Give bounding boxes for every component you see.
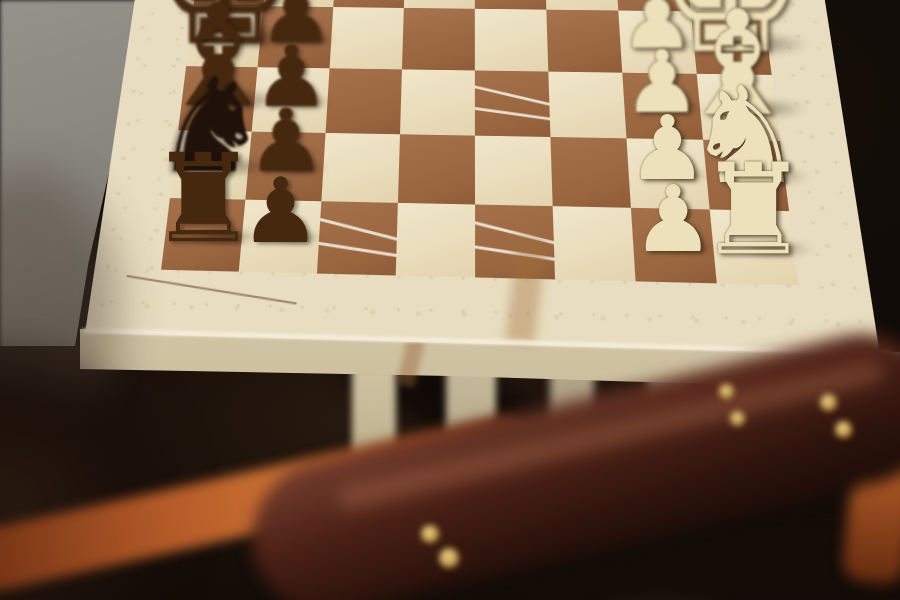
photo-scene: ♜♞♝♛♚♝♞♜♟♟♟♟♟♟♟♟♟♟♟♟♟♟♟♟♜♞♝♛♚♝♞♜ bbox=[0, 0, 900, 600]
square-f4 bbox=[475, 70, 551, 136]
brass-stud bbox=[421, 525, 439, 543]
square-g4 bbox=[475, 136, 553, 207]
square-e6 bbox=[330, 7, 404, 69]
square-f7 bbox=[252, 67, 330, 133]
square-h3 bbox=[553, 206, 636, 281]
square-h1 bbox=[710, 209, 799, 285]
square-f1 bbox=[697, 74, 780, 141]
square-f5 bbox=[400, 69, 475, 135]
marble-crack bbox=[126, 275, 296, 305]
square-f3 bbox=[548, 72, 626, 139]
square-e7 bbox=[258, 6, 334, 68]
square-g7 bbox=[245, 132, 325, 202]
brass-stud bbox=[835, 421, 852, 438]
chess-board bbox=[161, 0, 798, 285]
square-d1 bbox=[685, 0, 764, 12]
brass-stud bbox=[820, 394, 837, 411]
square-g6 bbox=[321, 133, 400, 203]
brass-stud bbox=[730, 411, 745, 426]
square-e8 bbox=[186, 5, 263, 67]
table-top bbox=[85, 0, 880, 355]
square-h2 bbox=[631, 208, 717, 284]
square-h7 bbox=[239, 200, 322, 274]
square-f2 bbox=[622, 73, 703, 140]
marble-vein bbox=[317, 240, 398, 258]
square-g1 bbox=[703, 140, 789, 211]
square-e1 bbox=[691, 11, 772, 75]
square-e5 bbox=[402, 8, 475, 71]
marble-vein bbox=[475, 84, 551, 108]
square-f6 bbox=[326, 68, 402, 134]
square-e2 bbox=[618, 11, 696, 74]
square-g2 bbox=[626, 138, 709, 209]
square-g8 bbox=[170, 130, 252, 199]
marble-vein bbox=[475, 106, 551, 122]
square-h6 bbox=[317, 201, 398, 275]
square-e3 bbox=[546, 10, 622, 73]
square-h5 bbox=[396, 203, 475, 278]
marble-vein bbox=[317, 216, 398, 243]
square-f8 bbox=[178, 66, 257, 131]
brass-stud bbox=[439, 548, 459, 568]
square-g5 bbox=[398, 134, 475, 204]
brass-stud bbox=[719, 384, 734, 399]
square-h8 bbox=[161, 198, 245, 272]
square-g3 bbox=[550, 137, 630, 208]
square-e4 bbox=[475, 9, 548, 72]
